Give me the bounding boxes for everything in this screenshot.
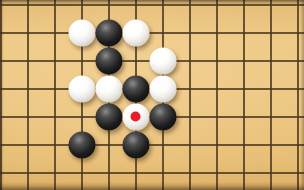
- grid-line-vertical: [297, 0, 299, 190]
- grid-line-vertical: [243, 0, 245, 190]
- stone-white[interactable]: [149, 75, 176, 102]
- grid-line-vertical: [54, 0, 56, 190]
- stone-black[interactable]: [95, 103, 122, 130]
- stone-white-last-move[interactable]: [122, 103, 149, 130]
- grid-line-vertical: [27, 0, 29, 190]
- grid-line-horizontal: [0, 4, 304, 6]
- last-move-marker-dot: [131, 112, 141, 122]
- stone-black[interactable]: [149, 103, 176, 130]
- grid-line-horizontal: [0, 32, 304, 34]
- stone-white[interactable]: [122, 19, 149, 46]
- stone-white[interactable]: [68, 19, 95, 46]
- grid-line-vertical: [270, 0, 272, 190]
- grid-line-vertical: [0, 0, 2, 190]
- grid-line-vertical: [216, 0, 218, 190]
- stone-black[interactable]: [68, 131, 95, 158]
- stone-white[interactable]: [68, 75, 95, 102]
- grid-line-horizontal: [0, 144, 304, 146]
- grid-line-horizontal: [0, 172, 304, 174]
- gomoku-board[interactable]: [0, 0, 304, 190]
- stone-black[interactable]: [122, 75, 149, 102]
- board-edge-shading-bottom: [0, 182, 304, 190]
- stone-black[interactable]: [95, 47, 122, 74]
- stone-black[interactable]: [122, 131, 149, 158]
- grid-line-vertical: [189, 0, 191, 190]
- stone-black[interactable]: [95, 19, 122, 46]
- stone-white[interactable]: [149, 47, 176, 74]
- board-edge-shading-right: [300, 0, 304, 190]
- stone-white[interactable]: [95, 75, 122, 102]
